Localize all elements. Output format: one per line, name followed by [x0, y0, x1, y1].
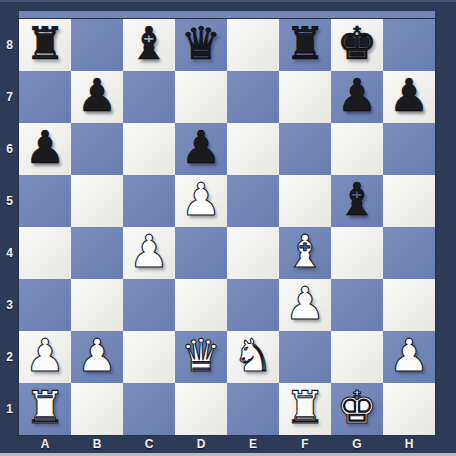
square-e3[interactable] [227, 279, 279, 331]
square-h4[interactable] [383, 227, 435, 279]
square-g5[interactable]: ♝ [331, 175, 383, 227]
square-a8[interactable]: ♜ [19, 19, 71, 71]
square-g8[interactable]: ♚ [331, 19, 383, 71]
square-c2[interactable] [123, 331, 175, 383]
file-label-a: A [19, 435, 71, 453]
file-label-f: F [279, 435, 331, 453]
square-h1[interactable] [383, 383, 435, 435]
white-pawn-icon[interactable]: ♟ [71, 331, 123, 383]
square-h7[interactable]: ♟ [383, 71, 435, 123]
file-label-h: H [383, 435, 435, 453]
square-b6[interactable] [71, 123, 123, 175]
white-pawn-icon[interactable]: ♟ [175, 175, 227, 227]
square-e1[interactable] [227, 383, 279, 435]
rank-label-8: 8 [0, 19, 19, 71]
square-b1[interactable] [71, 383, 123, 435]
square-a6[interactable]: ♟ [19, 123, 71, 175]
square-e7[interactable] [227, 71, 279, 123]
white-rook-icon[interactable]: ♜ [19, 383, 71, 435]
black-bishop-icon[interactable]: ♝ [123, 19, 175, 71]
square-a4[interactable] [19, 227, 71, 279]
black-pawn-icon[interactable]: ♟ [383, 71, 435, 123]
square-b2[interactable]: ♟ [71, 331, 123, 383]
rank-label-2: 2 [0, 331, 19, 383]
black-queen-icon[interactable]: ♛ [175, 19, 227, 71]
black-pawn-icon[interactable]: ♟ [175, 123, 227, 175]
square-d5[interactable]: ♟ [175, 175, 227, 227]
square-g6[interactable] [331, 123, 383, 175]
square-e4[interactable] [227, 227, 279, 279]
square-b3[interactable] [71, 279, 123, 331]
board: ♜♝♛♜♚♟♟♟♟♟♟♝♟♝♟♟♟♛♞♟♜♜♚ [19, 19, 435, 435]
black-bishop-icon[interactable]: ♝ [331, 175, 383, 227]
square-b4[interactable] [71, 227, 123, 279]
black-king-icon[interactable]: ♚ [331, 19, 383, 71]
file-label-b: B [71, 435, 123, 453]
square-e5[interactable] [227, 175, 279, 227]
black-pawn-icon[interactable]: ♟ [19, 123, 71, 175]
square-a1[interactable]: ♜ [19, 383, 71, 435]
square-h6[interactable] [383, 123, 435, 175]
square-f4[interactable]: ♝ [279, 227, 331, 279]
square-g1[interactable]: ♚ [331, 383, 383, 435]
file-label-c: C [123, 435, 175, 453]
white-queen-icon[interactable]: ♛ [175, 331, 227, 383]
white-pawn-icon[interactable]: ♟ [19, 331, 71, 383]
square-b8[interactable] [71, 19, 123, 71]
rank-label-6: 6 [0, 123, 19, 175]
square-c7[interactable] [123, 71, 175, 123]
rank-label-5: 5 [0, 175, 19, 227]
file-label-g: G [331, 435, 383, 453]
white-knight-icon[interactable]: ♞ [227, 331, 279, 383]
square-d3[interactable] [175, 279, 227, 331]
square-d1[interactable] [175, 383, 227, 435]
square-h8[interactable] [383, 19, 435, 71]
file-label-d: D [175, 435, 227, 453]
square-h3[interactable] [383, 279, 435, 331]
square-a7[interactable] [19, 71, 71, 123]
square-f5[interactable] [279, 175, 331, 227]
square-d6[interactable]: ♟ [175, 123, 227, 175]
square-f6[interactable] [279, 123, 331, 175]
rank-label-4: 4 [0, 227, 19, 279]
square-c6[interactable] [123, 123, 175, 175]
white-pawn-icon[interactable]: ♟ [383, 331, 435, 383]
square-c8[interactable]: ♝ [123, 19, 175, 71]
frame-top-bevel [0, 0, 456, 2]
square-f1[interactable]: ♜ [279, 383, 331, 435]
square-c3[interactable] [123, 279, 175, 331]
black-rook-icon[interactable]: ♜ [279, 19, 331, 71]
square-f2[interactable] [279, 331, 331, 383]
square-f7[interactable] [279, 71, 331, 123]
square-f3[interactable]: ♟ [279, 279, 331, 331]
square-e2[interactable]: ♞ [227, 331, 279, 383]
white-king-icon[interactable]: ♚ [331, 383, 383, 435]
chess-board-widget: ♜♝♛♜♚♟♟♟♟♟♟♝♟♝♟♟♟♛♞♟♜♜♚ 87654321 ABCDEFG… [0, 0, 456, 456]
square-a3[interactable] [19, 279, 71, 331]
square-c1[interactable] [123, 383, 175, 435]
square-f8[interactable]: ♜ [279, 19, 331, 71]
white-bishop-icon[interactable]: ♝ [279, 227, 331, 279]
square-d2[interactable]: ♛ [175, 331, 227, 383]
white-pawn-icon[interactable]: ♟ [279, 279, 331, 331]
square-g7[interactable]: ♟ [331, 71, 383, 123]
square-b5[interactable] [71, 175, 123, 227]
square-b7[interactable]: ♟ [71, 71, 123, 123]
square-g2[interactable] [331, 331, 383, 383]
white-pawn-icon[interactable]: ♟ [123, 227, 175, 279]
square-d7[interactable] [175, 71, 227, 123]
black-pawn-icon[interactable]: ♟ [331, 71, 383, 123]
square-c5[interactable] [123, 175, 175, 227]
black-pawn-icon[interactable]: ♟ [71, 71, 123, 123]
square-a5[interactable] [19, 175, 71, 227]
rank-label-7: 7 [0, 71, 19, 123]
square-d8[interactable]: ♛ [175, 19, 227, 71]
square-d4[interactable] [175, 227, 227, 279]
square-h2[interactable]: ♟ [383, 331, 435, 383]
square-e8[interactable] [227, 19, 279, 71]
black-rook-icon[interactable]: ♜ [19, 19, 71, 71]
rank-label-1: 1 [0, 383, 19, 435]
square-c4[interactable]: ♟ [123, 227, 175, 279]
square-a2[interactable]: ♟ [19, 331, 71, 383]
square-h5[interactable] [383, 175, 435, 227]
file-label-e: E [227, 435, 279, 453]
white-rook-icon[interactable]: ♜ [279, 383, 331, 435]
square-e6[interactable] [227, 123, 279, 175]
square-g4[interactable] [331, 227, 383, 279]
square-g3[interactable] [331, 279, 383, 331]
rank-label-3: 3 [0, 279, 19, 331]
